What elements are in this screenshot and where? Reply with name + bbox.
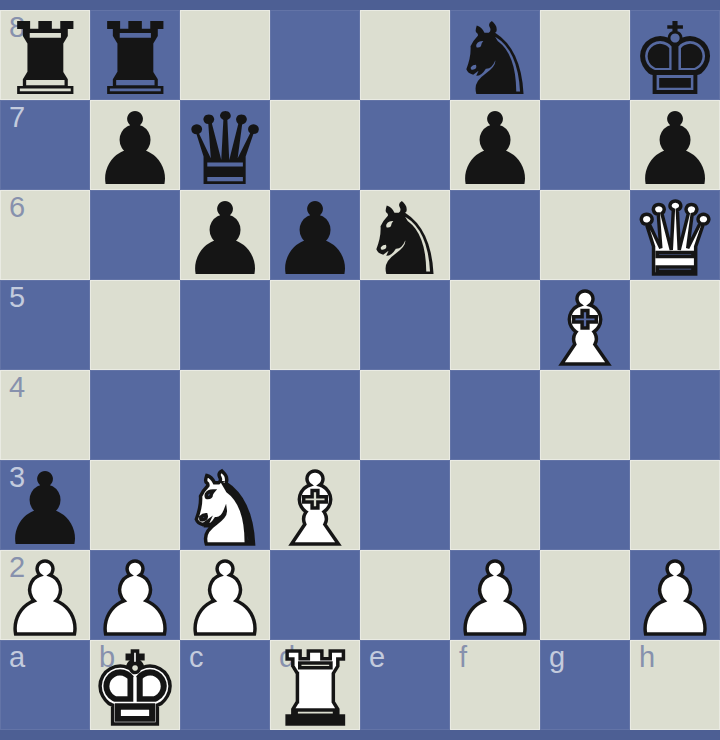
square-c5[interactable] [180, 280, 270, 370]
white-rook[interactable]: ♜ [270, 645, 360, 735]
square-h3[interactable] [630, 460, 720, 550]
black-pawn[interactable]: ♟ [90, 105, 180, 195]
file-label-g: g [549, 641, 565, 673]
file-label-h: h [639, 641, 655, 673]
square-h2[interactable]: ♟ [630, 550, 720, 640]
square-b5[interactable] [90, 280, 180, 370]
black-pawn[interactable]: ♟ [450, 105, 540, 195]
square-d2[interactable] [270, 550, 360, 640]
square-b2[interactable]: ♟ [90, 550, 180, 640]
black-pawn[interactable]: ♟ [270, 195, 360, 285]
square-b4[interactable] [90, 370, 180, 460]
square-a1[interactable]: a [0, 640, 90, 730]
square-e6[interactable]: ♞ [360, 190, 450, 280]
black-knight[interactable]: ♞ [360, 195, 450, 285]
square-f2[interactable]: ♟ [450, 550, 540, 640]
square-a2[interactable]: 2♟ [0, 550, 90, 640]
square-g1[interactable]: g [540, 640, 630, 730]
square-d3[interactable]: ♝ [270, 460, 360, 550]
square-f1[interactable]: f [450, 640, 540, 730]
square-e7[interactable] [360, 100, 450, 190]
square-d7[interactable] [270, 100, 360, 190]
square-c8[interactable] [180, 10, 270, 100]
square-c1[interactable]: c [180, 640, 270, 730]
square-b3[interactable] [90, 460, 180, 550]
square-a7[interactable]: 7 [0, 100, 90, 190]
square-h4[interactable] [630, 370, 720, 460]
white-king[interactable]: ♚ [90, 645, 180, 735]
white-pawn[interactable]: ♟ [0, 555, 90, 645]
square-h1[interactable]: h [630, 640, 720, 730]
square-f8[interactable]: ♞ [450, 10, 540, 100]
black-rook[interactable]: ♜ [0, 15, 90, 105]
square-g6[interactable] [540, 190, 630, 280]
square-f6[interactable] [450, 190, 540, 280]
square-c2[interactable]: ♟ [180, 550, 270, 640]
square-c4[interactable] [180, 370, 270, 460]
file-label-a: a [9, 641, 25, 673]
white-pawn[interactable]: ♟ [450, 555, 540, 645]
rank-label-4: 4 [9, 371, 25, 403]
square-d8[interactable] [270, 10, 360, 100]
square-a8[interactable]: 8♜ [0, 10, 90, 100]
file-label-c: c [189, 641, 204, 673]
white-pawn[interactable]: ♟ [630, 555, 720, 645]
square-g5[interactable]: ♝ [540, 280, 630, 370]
white-bishop[interactable]: ♝ [270, 465, 360, 555]
square-h5[interactable] [630, 280, 720, 370]
square-c3[interactable]: ♞ [180, 460, 270, 550]
white-pawn[interactable]: ♟ [180, 555, 270, 645]
square-e8[interactable] [360, 10, 450, 100]
white-bishop[interactable]: ♝ [540, 285, 630, 375]
white-queen[interactable]: ♛ [630, 195, 720, 285]
square-g2[interactable] [540, 550, 630, 640]
square-c7[interactable]: ♛ [180, 100, 270, 190]
square-f3[interactable] [450, 460, 540, 550]
rank-label-5: 5 [9, 281, 25, 313]
square-g7[interactable] [540, 100, 630, 190]
square-b7[interactable]: ♟ [90, 100, 180, 190]
square-d4[interactable] [270, 370, 360, 460]
square-e2[interactable] [360, 550, 450, 640]
square-e5[interactable] [360, 280, 450, 370]
square-h6[interactable]: ♛ [630, 190, 720, 280]
file-label-f: f [459, 641, 467, 673]
rank-label-6: 6 [9, 191, 25, 223]
square-d5[interactable] [270, 280, 360, 370]
square-b1[interactable]: b♚ [90, 640, 180, 730]
square-h7[interactable]: ♟ [630, 100, 720, 190]
square-a4[interactable]: 4 [0, 370, 90, 460]
square-a6[interactable]: 6 [0, 190, 90, 280]
file-label-e: e [369, 641, 385, 673]
square-e4[interactable] [360, 370, 450, 460]
square-c6[interactable]: ♟ [180, 190, 270, 280]
chess-board: 8♜♜♞♚7♟♛♟♟6♟♟♞♛5♝43♟♞♝2♟♟♟♟♟ab♚cd♜efgh [0, 10, 720, 730]
square-f4[interactable] [450, 370, 540, 460]
square-b8[interactable]: ♜ [90, 10, 180, 100]
square-b6[interactable] [90, 190, 180, 280]
rank-label-7: 7 [9, 101, 25, 133]
square-d6[interactable]: ♟ [270, 190, 360, 280]
black-pawn[interactable]: ♟ [180, 195, 270, 285]
square-h8[interactable]: ♚ [630, 10, 720, 100]
square-a5[interactable]: 5 [0, 280, 90, 370]
square-f7[interactable]: ♟ [450, 100, 540, 190]
square-f5[interactable] [450, 280, 540, 370]
square-e3[interactable] [360, 460, 450, 550]
square-e1[interactable]: e [360, 640, 450, 730]
square-g3[interactable] [540, 460, 630, 550]
square-g8[interactable] [540, 10, 630, 100]
square-a3[interactable]: 3♟ [0, 460, 90, 550]
square-d1[interactable]: d♜ [270, 640, 360, 730]
square-g4[interactable] [540, 370, 630, 460]
